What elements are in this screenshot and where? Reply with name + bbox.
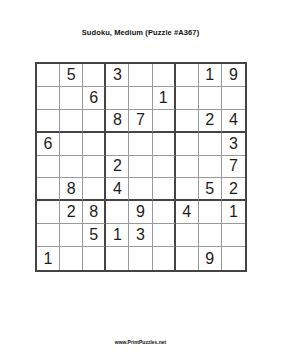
cell-r3c8: 2: [199, 110, 222, 133]
cell-r9c3: [83, 247, 106, 270]
cell-r8c3: 5: [83, 224, 106, 247]
cell-r5c2: [60, 156, 83, 179]
cell-r8c5: 3: [129, 224, 152, 247]
cell-r1c1: [37, 64, 60, 87]
footer-url: www.PrintPuzzles.net: [0, 339, 281, 345]
cell-r7c9: 1: [222, 201, 245, 224]
cell-r3c2: [60, 110, 83, 133]
cell-r3c6: [153, 110, 176, 133]
cell-r1c3: [83, 64, 106, 87]
cell-r9c4: [106, 247, 129, 270]
puzzle-title: Sudoku, Medium (Puzzle #A367): [0, 28, 281, 37]
cell-r4c3: [83, 133, 106, 156]
cell-r6c5: [129, 178, 152, 201]
puzzle-page: Sudoku, Medium (Puzzle #A367) 5319618724…: [0, 0, 281, 363]
cell-r6c3: [83, 178, 106, 201]
cell-r8c6: [153, 224, 176, 247]
cell-r9c8: 9: [199, 247, 222, 270]
cell-r3c1: [37, 110, 60, 133]
cell-r4c9: 3: [222, 133, 245, 156]
cell-r8c7: [176, 224, 199, 247]
cell-r9c5: [129, 247, 152, 270]
cell-r7c4: [106, 201, 129, 224]
cell-r9c9: [222, 247, 245, 270]
cell-r1c6: [153, 64, 176, 87]
cell-r4c5: [129, 133, 152, 156]
cell-r3c9: 4: [222, 110, 245, 133]
cell-r7c3: 8: [83, 201, 106, 224]
cell-r7c6: [153, 201, 176, 224]
cell-r2c7: [176, 87, 199, 110]
cell-r2c9: [222, 87, 245, 110]
cell-r4c2: [60, 133, 83, 156]
cell-r3c7: [176, 110, 199, 133]
cell-r2c5: [129, 87, 152, 110]
cell-r1c8: 1: [199, 64, 222, 87]
cell-r6c9: 2: [222, 178, 245, 201]
cell-r4c1: 6: [37, 133, 60, 156]
cell-r1c4: 3: [106, 64, 129, 87]
cell-r3c3: [83, 110, 106, 133]
cell-r7c5: 9: [129, 201, 152, 224]
cell-r3c5: 7: [129, 110, 152, 133]
cell-r5c7: [176, 156, 199, 179]
cell-r7c1: [37, 201, 60, 224]
cell-r6c8: 5: [199, 178, 222, 201]
cell-r7c2: 2: [60, 201, 83, 224]
cell-r5c9: 7: [222, 156, 245, 179]
cell-r8c9: [222, 224, 245, 247]
cell-r8c4: 1: [106, 224, 129, 247]
cell-r3c4: 8: [106, 110, 129, 133]
cell-r5c6: [153, 156, 176, 179]
cell-r6c7: [176, 178, 199, 201]
cell-r4c6: [153, 133, 176, 156]
cell-r8c8: [199, 224, 222, 247]
cell-r1c2: 5: [60, 64, 83, 87]
cell-r8c1: [37, 224, 60, 247]
cell-r2c8: [199, 87, 222, 110]
cell-r9c7: [176, 247, 199, 270]
cell-r6c4: 4: [106, 178, 129, 201]
cell-r6c1: [37, 178, 60, 201]
cell-r2c2: [60, 87, 83, 110]
cell-r8c2: [60, 224, 83, 247]
cell-r2c3: 6: [83, 87, 106, 110]
cell-r2c1: [37, 87, 60, 110]
cell-r4c4: [106, 133, 129, 156]
cell-r9c2: [60, 247, 83, 270]
cell-r4c8: [199, 133, 222, 156]
cell-r1c9: 9: [222, 64, 245, 87]
sudoku-grid: 5319618724632784522894151319: [35, 62, 247, 272]
cell-r9c1: 1: [37, 247, 60, 270]
cell-r5c1: [37, 156, 60, 179]
cell-r1c5: [129, 64, 152, 87]
cell-r4c7: [176, 133, 199, 156]
cell-r5c5: [129, 156, 152, 179]
cell-r1c7: [176, 64, 199, 87]
cell-r5c8: [199, 156, 222, 179]
cell-r9c6: [153, 247, 176, 270]
cell-r2c6: 1: [153, 87, 176, 110]
cell-r5c3: [83, 156, 106, 179]
cell-r7c7: 4: [176, 201, 199, 224]
cell-r6c6: [153, 178, 176, 201]
cell-r5c4: 2: [106, 156, 129, 179]
cell-r7c8: [199, 201, 222, 224]
cell-r2c4: [106, 87, 129, 110]
cell-r6c2: 8: [60, 178, 83, 201]
